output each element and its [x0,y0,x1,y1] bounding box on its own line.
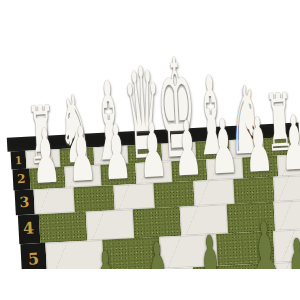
white-pawn: ♟ [100,115,135,192]
chessboard: 12345♜♞♝♛♚♝♞♜♟♟♟♟♟♟♟♟♟♟♟♟♟ [0,0,300,269]
rank-label-cell: 1 [11,151,27,170]
rank-label: 1 [15,155,23,166]
rank-label: 2 [17,173,26,186]
rank-label-cell: 4 [17,214,39,244]
green-pawn-top: ♟ [189,223,232,269]
green-pawn-top: ♟ [85,239,128,269]
photo-area: 12345♜♞♝♛♚♝♞♜♟♟♟♟♟♟♟♟♟♟♟♟♟ [0,0,300,269]
rank-label: 5 [27,251,39,268]
rank-label: 3 [19,195,30,210]
rank-label-cell: 5 [20,242,46,269]
white-pawn: ♟ [241,107,276,184]
white-pawn: ♟ [277,105,300,182]
white-pawn: ♟ [206,109,241,186]
green-pawn-top: ♟ [137,230,180,269]
photo-canvas: 12345♜♞♝♛♚♝♞♜♟♟♟♟♟♟♟♟♟♟♟♟♟ [0,0,300,300]
white-pawn: ♟ [29,118,64,195]
white-pawn: ♟ [170,111,205,188]
rank-label: 4 [23,220,35,237]
square-a4 [38,211,86,242]
green-pawn-top: ♟ [277,227,300,269]
white-pawn: ♟ [64,117,99,194]
white-pawn: ♟ [135,113,170,190]
